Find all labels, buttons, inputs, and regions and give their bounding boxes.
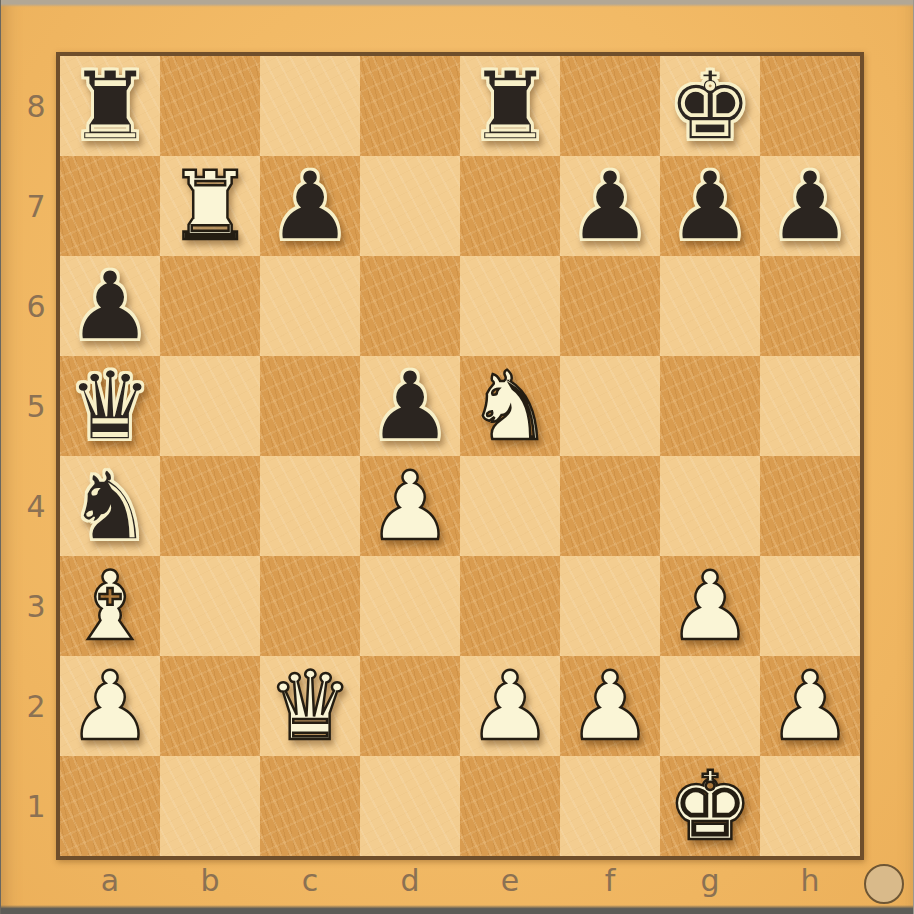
square-f4[interactable] <box>560 456 660 556</box>
square-a2[interactable]: ♟ <box>60 656 160 756</box>
file-label-h: h <box>760 861 860 899</box>
white-pawn-a2[interactable]: ♟ <box>60 656 160 756</box>
black-queen-a5[interactable]: ♛ <box>60 356 160 456</box>
rank-label-8: 8 <box>19 56 53 156</box>
square-d7[interactable] <box>360 156 460 256</box>
white-queen-c2[interactable]: ♛ <box>260 656 360 756</box>
square-b3[interactable] <box>160 556 260 656</box>
square-c1[interactable] <box>260 756 360 856</box>
parchment-top-edge <box>1 0 913 7</box>
file-label-b: b <box>160 861 260 899</box>
square-a6[interactable]: ♟ <box>60 256 160 356</box>
square-c2[interactable]: ♛ <box>260 656 360 756</box>
square-a3[interactable]: ♝ <box>60 556 160 656</box>
square-g1[interactable]: ♚ <box>660 756 760 856</box>
rank-label-1: 1 <box>19 756 53 856</box>
white-pawn-e2[interactable]: ♟ <box>460 656 560 756</box>
black-king-g8[interactable]: ♚ <box>660 56 760 156</box>
white-pawn-f2[interactable]: ♟ <box>560 656 660 756</box>
square-e8[interactable]: ♜ <box>460 56 560 156</box>
black-rook-a8[interactable]: ♜ <box>60 56 160 156</box>
square-c4[interactable] <box>260 456 360 556</box>
square-f1[interactable] <box>560 756 660 856</box>
square-a8[interactable]: ♜ <box>60 56 160 156</box>
square-e5[interactable]: ♞ <box>460 356 560 456</box>
black-pawn-g7[interactable]: ♟ <box>660 156 760 256</box>
square-d2[interactable] <box>360 656 460 756</box>
square-b5[interactable] <box>160 356 260 456</box>
white-pawn-h2[interactable]: ♟ <box>760 656 860 756</box>
square-b6[interactable] <box>160 256 260 356</box>
square-h6[interactable] <box>760 256 860 356</box>
rank-label-2: 2 <box>19 656 53 756</box>
square-g7[interactable]: ♟ <box>660 156 760 256</box>
square-c7[interactable]: ♟ <box>260 156 360 256</box>
square-g2[interactable] <box>660 656 760 756</box>
black-pawn-f7[interactable]: ♟ <box>560 156 660 256</box>
square-a5[interactable]: ♛ <box>60 356 160 456</box>
chess-app-page: ♜♜♚♜♟♟♟♟♟♛♟♞♞♟♝♟♟♛♟♟♟♚ 87654321 abcdefgh <box>0 0 914 914</box>
black-pawn-h7[interactable]: ♟ <box>760 156 860 256</box>
white-knight-e5[interactable]: ♞ <box>460 356 560 456</box>
file-label-e: e <box>460 861 560 899</box>
square-d5[interactable]: ♟ <box>360 356 460 456</box>
square-f3[interactable] <box>560 556 660 656</box>
square-e7[interactable] <box>460 156 560 256</box>
square-h5[interactable] <box>760 356 860 456</box>
white-rook-b7[interactable]: ♜ <box>160 156 260 256</box>
square-e4[interactable] <box>460 456 560 556</box>
chess-board-frame: ♜♜♚♜♟♟♟♟♟♛♟♞♞♟♝♟♟♛♟♟♟♚ <box>56 52 864 860</box>
file-label-g: g <box>660 861 760 899</box>
square-c6[interactable] <box>260 256 360 356</box>
white-pawn-d4[interactable]: ♟ <box>360 456 460 556</box>
square-a1[interactable] <box>60 756 160 856</box>
square-b4[interactable] <box>160 456 260 556</box>
file-label-c: c <box>260 861 360 899</box>
rank-label-6: 6 <box>19 256 53 356</box>
square-g8[interactable]: ♚ <box>660 56 760 156</box>
square-b2[interactable] <box>160 656 260 756</box>
square-b8[interactable] <box>160 56 260 156</box>
square-h4[interactable] <box>760 456 860 556</box>
black-pawn-c7[interactable]: ♟ <box>260 156 360 256</box>
file-label-f: f <box>560 861 660 899</box>
black-pawn-d5[interactable]: ♟ <box>360 356 460 456</box>
black-rook-e8[interactable]: ♜ <box>460 56 560 156</box>
parchment-bottom-edge <box>1 905 913 914</box>
square-c5[interactable] <box>260 356 360 456</box>
white-pawn-g3[interactable]: ♟ <box>660 556 760 656</box>
rank-label-4: 4 <box>19 456 53 556</box>
square-h8[interactable] <box>760 56 860 156</box>
corner-circle-button[interactable] <box>864 864 904 904</box>
square-c3[interactable] <box>260 556 360 656</box>
file-label-a: a <box>60 861 160 899</box>
square-a7[interactable] <box>60 156 160 256</box>
square-b1[interactable] <box>160 756 260 856</box>
black-knight-a4[interactable]: ♞ <box>60 456 160 556</box>
square-e1[interactable] <box>460 756 560 856</box>
square-f5[interactable] <box>560 356 660 456</box>
file-label-d: d <box>360 861 460 899</box>
square-f2[interactable]: ♟ <box>560 656 660 756</box>
square-h7[interactable]: ♟ <box>760 156 860 256</box>
square-e6[interactable] <box>460 256 560 356</box>
square-e3[interactable] <box>460 556 560 656</box>
square-g3[interactable]: ♟ <box>660 556 760 656</box>
square-d4[interactable]: ♟ <box>360 456 460 556</box>
square-g4[interactable] <box>660 456 760 556</box>
square-e2[interactable]: ♟ <box>460 656 560 756</box>
rank-label-7: 7 <box>19 156 53 256</box>
square-f7[interactable]: ♟ <box>560 156 660 256</box>
square-a4[interactable]: ♞ <box>60 456 160 556</box>
square-g6[interactable] <box>660 256 760 356</box>
white-bishop-a3[interactable]: ♝ <box>60 556 160 656</box>
rank-label-5: 5 <box>19 356 53 456</box>
black-pawn-a6[interactable]: ♟ <box>60 256 160 356</box>
square-d6[interactable] <box>360 256 460 356</box>
square-h1[interactable] <box>760 756 860 856</box>
square-f8[interactable] <box>560 56 660 156</box>
square-b7[interactable]: ♜ <box>160 156 260 256</box>
square-g5[interactable] <box>660 356 760 456</box>
square-h3[interactable] <box>760 556 860 656</box>
square-h2[interactable]: ♟ <box>760 656 860 756</box>
rank-label-3: 3 <box>19 556 53 656</box>
chess-board: ♜♜♚♜♟♟♟♟♟♛♟♞♞♟♝♟♟♛♟♟♟♚ <box>60 56 860 856</box>
square-d1[interactable] <box>360 756 460 856</box>
square-c8[interactable] <box>260 56 360 156</box>
square-d8[interactable] <box>360 56 460 156</box>
square-d3[interactable] <box>360 556 460 656</box>
white-king-g1[interactable]: ♚ <box>660 756 760 856</box>
square-f6[interactable] <box>560 256 660 356</box>
